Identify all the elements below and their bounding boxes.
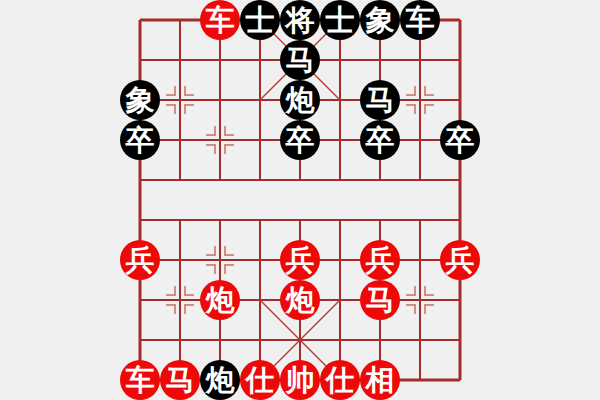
piece-red-chariot[interactable]: 车 (200, 0, 240, 40)
piece-red-horse[interactable]: 马 (160, 360, 200, 400)
piece-black-black-soldier[interactable]: 卒 (120, 120, 160, 160)
xiangqi-screenshot: 车士将士象车马象炮马卒卒卒卒兵兵兵兵炮炮马车马炮仕帅仕相 (0, 0, 600, 400)
piece-black-chariot[interactable]: 车 (400, 0, 440, 40)
piece-red-red-advisor[interactable]: 仕 (320, 360, 360, 400)
piece-red-red-soldier[interactable]: 兵 (440, 240, 480, 280)
piece-black-black-soldier[interactable]: 卒 (280, 120, 320, 160)
piece-red-red-elephant[interactable]: 相 (360, 360, 400, 400)
piece-black-horse[interactable]: 马 (280, 40, 320, 80)
piece-red-cannon[interactable]: 炮 (280, 280, 320, 320)
piece-red-red-general[interactable]: 帅 (280, 360, 320, 400)
piece-black-cannon[interactable]: 炮 (200, 360, 240, 400)
piece-black-black-advisor[interactable]: 士 (320, 0, 360, 40)
piece-red-chariot[interactable]: 车 (120, 360, 160, 400)
piece-black-black-advisor[interactable]: 士 (240, 0, 280, 40)
piece-red-horse[interactable]: 马 (360, 280, 400, 320)
piece-black-black-elephant[interactable]: 象 (360, 0, 400, 40)
piece-black-horse[interactable]: 马 (360, 80, 400, 120)
piece-red-red-soldier[interactable]: 兵 (120, 240, 160, 280)
piece-black-cannon[interactable]: 炮 (280, 80, 320, 120)
piece-red-cannon[interactable]: 炮 (200, 280, 240, 320)
piece-black-black-soldier[interactable]: 卒 (360, 120, 400, 160)
xiangqi-board: 车士将士象车马象炮马卒卒卒卒兵兵兵兵炮炮马车马炮仕帅仕相 (120, 0, 480, 400)
piece-black-black-general[interactable]: 将 (280, 0, 320, 40)
piece-black-black-soldier[interactable]: 卒 (440, 120, 480, 160)
piece-red-red-advisor[interactable]: 仕 (240, 360, 280, 400)
piece-red-red-soldier[interactable]: 兵 (360, 240, 400, 280)
piece-red-red-soldier[interactable]: 兵 (280, 240, 320, 280)
piece-black-black-elephant[interactable]: 象 (120, 80, 160, 120)
